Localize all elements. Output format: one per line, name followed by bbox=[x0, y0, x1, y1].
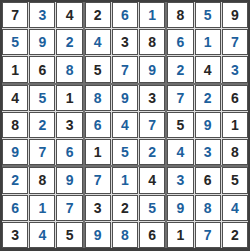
cell-r7c1[interactable]: 2 bbox=[2, 167, 28, 193]
cell-r3c1[interactable]: 1 bbox=[2, 56, 28, 82]
sudoku-box-9: 365984172 bbox=[167, 167, 248, 248]
cell-r2c7[interactable]: 6 bbox=[167, 29, 193, 55]
cell-r4c5[interactable]: 9 bbox=[112, 85, 138, 111]
cell-r3c5[interactable]: 7 bbox=[112, 56, 138, 82]
cell-r6c8[interactable]: 3 bbox=[195, 139, 221, 165]
cell-r7c8[interactable]: 6 bbox=[195, 167, 221, 193]
cell-r3c2[interactable]: 6 bbox=[29, 56, 55, 82]
cell-r9c6[interactable]: 6 bbox=[139, 222, 165, 248]
cell-r6c6[interactable]: 2 bbox=[139, 139, 165, 165]
cell-r2c6[interactable]: 8 bbox=[139, 29, 165, 55]
cell-r3c6[interactable]: 9 bbox=[139, 56, 165, 82]
cell-r8c1[interactable]: 6 bbox=[2, 195, 28, 221]
cell-r2c5[interactable]: 3 bbox=[112, 29, 138, 55]
cell-r9c8[interactable]: 7 bbox=[195, 222, 221, 248]
sudoku-box-8: 714325986 bbox=[85, 167, 166, 248]
cell-r9c4[interactable]: 9 bbox=[85, 222, 111, 248]
cell-r2c4[interactable]: 4 bbox=[85, 29, 111, 55]
cell-r8c3[interactable]: 7 bbox=[56, 195, 82, 221]
cell-r5c9[interactable]: 1 bbox=[222, 112, 248, 138]
cell-r3c4[interactable]: 5 bbox=[85, 56, 111, 82]
cell-r7c2[interactable]: 8 bbox=[29, 167, 55, 193]
cell-r7c9[interactable]: 5 bbox=[222, 167, 248, 193]
sudoku-box-5: 893647152 bbox=[85, 85, 166, 166]
cell-r1c5[interactable]: 6 bbox=[112, 2, 138, 28]
sudoku-box-1: 734592168 bbox=[2, 2, 83, 83]
cell-r8c8[interactable]: 8 bbox=[195, 195, 221, 221]
sudoku-box-4: 451823976 bbox=[2, 85, 83, 166]
cell-r6c3[interactable]: 6 bbox=[56, 139, 82, 165]
cell-r6c9[interactable]: 8 bbox=[222, 139, 248, 165]
cell-r5c4[interactable]: 6 bbox=[85, 112, 111, 138]
cell-r8c5[interactable]: 2 bbox=[112, 195, 138, 221]
cell-r4c3[interactable]: 1 bbox=[56, 85, 82, 111]
cell-r2c3[interactable]: 2 bbox=[56, 29, 82, 55]
cell-r7c5[interactable]: 1 bbox=[112, 167, 138, 193]
cell-r1c7[interactable]: 8 bbox=[167, 2, 193, 28]
cell-r5c2[interactable]: 2 bbox=[29, 112, 55, 138]
cell-r5c7[interactable]: 5 bbox=[167, 112, 193, 138]
cell-r1c6[interactable]: 1 bbox=[139, 2, 165, 28]
cell-r9c2[interactable]: 4 bbox=[29, 222, 55, 248]
cell-r3c7[interactable]: 2 bbox=[167, 56, 193, 82]
sudoku-box-3: 859617243 bbox=[167, 2, 248, 83]
cell-r1c4[interactable]: 2 bbox=[85, 2, 111, 28]
sudoku-screenshot: 7345921682614385798596172434518239768936… bbox=[0, 0, 250, 251]
cell-r3c9[interactable]: 3 bbox=[222, 56, 248, 82]
cell-r9c7[interactable]: 1 bbox=[167, 222, 193, 248]
cell-r1c2[interactable]: 3 bbox=[29, 2, 55, 28]
cell-r6c4[interactable]: 1 bbox=[85, 139, 111, 165]
cell-r4c8[interactable]: 2 bbox=[195, 85, 221, 111]
cell-r1c9[interactable]: 9 bbox=[222, 2, 248, 28]
cell-r5c5[interactable]: 4 bbox=[112, 112, 138, 138]
cell-r5c1[interactable]: 8 bbox=[2, 112, 28, 138]
cell-r1c8[interactable]: 5 bbox=[195, 2, 221, 28]
cell-r7c7[interactable]: 3 bbox=[167, 167, 193, 193]
cell-r9c9[interactable]: 2 bbox=[222, 222, 248, 248]
cell-r6c5[interactable]: 5 bbox=[112, 139, 138, 165]
cell-r4c6[interactable]: 3 bbox=[139, 85, 165, 111]
cell-r7c3[interactable]: 9 bbox=[56, 167, 82, 193]
cell-r6c2[interactable]: 7 bbox=[29, 139, 55, 165]
cell-r1c3[interactable]: 4 bbox=[56, 2, 82, 28]
cell-r8c7[interactable]: 9 bbox=[167, 195, 193, 221]
sudoku-board: 7345921682614385798596172434518239768936… bbox=[0, 0, 250, 251]
cell-r4c4[interactable]: 8 bbox=[85, 85, 111, 111]
cell-r1c1[interactable]: 7 bbox=[2, 2, 28, 28]
cell-r8c6[interactable]: 5 bbox=[139, 195, 165, 221]
cell-r9c3[interactable]: 5 bbox=[56, 222, 82, 248]
cell-r6c1[interactable]: 9 bbox=[2, 139, 28, 165]
sudoku-box-7: 289617345 bbox=[2, 167, 83, 248]
cell-r9c5[interactable]: 8 bbox=[112, 222, 138, 248]
cell-r8c9[interactable]: 4 bbox=[222, 195, 248, 221]
cell-r5c3[interactable]: 3 bbox=[56, 112, 82, 138]
sudoku-box-6: 726591438 bbox=[167, 85, 248, 166]
cell-r7c4[interactable]: 7 bbox=[85, 167, 111, 193]
cell-r4c2[interactable]: 5 bbox=[29, 85, 55, 111]
cell-r7c6[interactable]: 4 bbox=[139, 167, 165, 193]
cell-r5c6[interactable]: 7 bbox=[139, 112, 165, 138]
cell-r5c8[interactable]: 9 bbox=[195, 112, 221, 138]
sudoku-box-2: 261438579 bbox=[85, 2, 166, 83]
cell-r2c2[interactable]: 9 bbox=[29, 29, 55, 55]
cell-r4c9[interactable]: 6 bbox=[222, 85, 248, 111]
cell-r3c3[interactable]: 8 bbox=[56, 56, 82, 82]
cell-r8c4[interactable]: 3 bbox=[85, 195, 111, 221]
cell-r2c9[interactable]: 7 bbox=[222, 29, 248, 55]
cell-r8c2[interactable]: 1 bbox=[29, 195, 55, 221]
cell-r2c1[interactable]: 5 bbox=[2, 29, 28, 55]
cell-r4c1[interactable]: 4 bbox=[2, 85, 28, 111]
cell-r2c8[interactable]: 1 bbox=[195, 29, 221, 55]
cell-r3c8[interactable]: 4 bbox=[195, 56, 221, 82]
cell-r4c7[interactable]: 7 bbox=[167, 85, 193, 111]
cell-r6c7[interactable]: 4 bbox=[167, 139, 193, 165]
cell-r9c1[interactable]: 3 bbox=[2, 222, 28, 248]
